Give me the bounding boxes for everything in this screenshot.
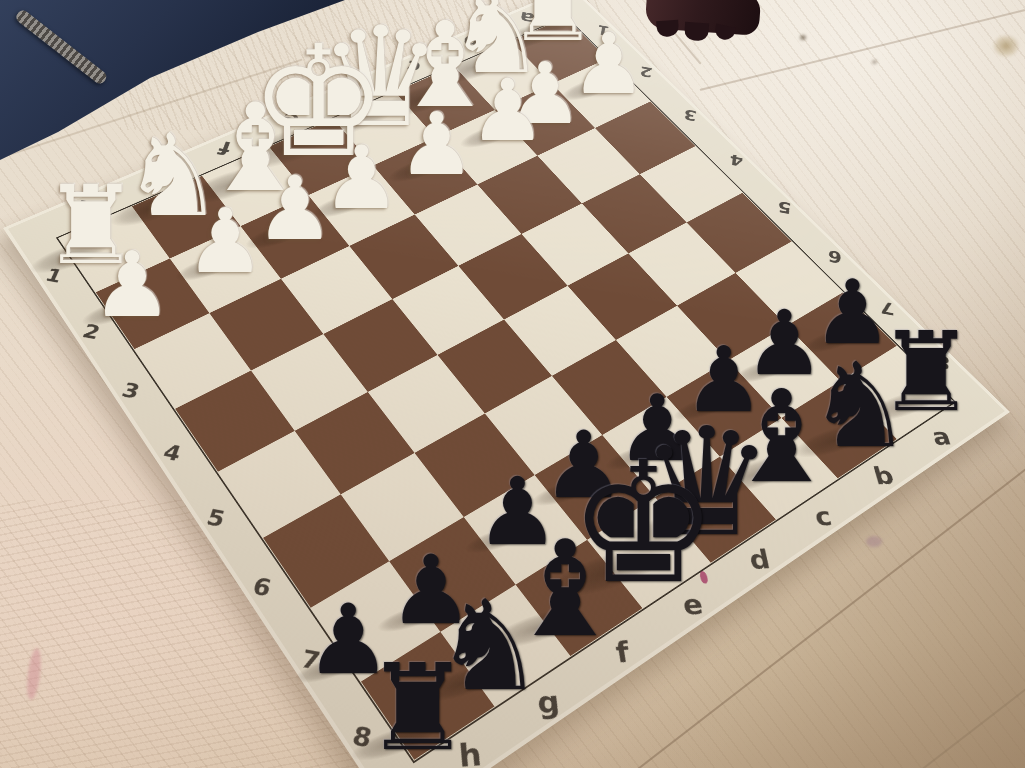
- file-label-nw-c: c: [404, 57, 423, 77]
- rank-label-ne-7: 7: [880, 297, 894, 319]
- rank-label-sw-6: 6: [249, 572, 274, 601]
- rank-label-sw-3: 3: [119, 378, 143, 403]
- file-label-se-h: h: [458, 736, 484, 768]
- rank-label-ne-5: 5: [777, 197, 792, 217]
- file-label-nw-h: h: [72, 195, 99, 220]
- rank-label-sw-5: 5: [203, 504, 228, 532]
- wood-speck: [872, 60, 877, 64]
- file-label-se-a: a: [929, 423, 954, 450]
- rank-label-ne-3: 3: [683, 106, 698, 124]
- plank-seam: [841, 647, 1025, 768]
- rank-label-sw-2: 2: [79, 320, 103, 344]
- rank-label-ne-6: 6: [827, 246, 842, 267]
- gloves: [645, 0, 762, 36]
- rank-label-ne-4: 4: [729, 151, 744, 170]
- file-label-nw-e: e: [279, 109, 302, 131]
- file-label-se-b: b: [871, 462, 897, 490]
- file-label-nw-b: b: [461, 32, 481, 52]
- file-label-se-g: g: [536, 684, 562, 719]
- file-label-nw-g: g: [144, 165, 170, 189]
- red-stain-mark: [699, 571, 708, 584]
- pink-smudge: [25, 647, 43, 700]
- file-label-se-c: c: [812, 502, 835, 531]
- rank-label-ne-2: 2: [638, 63, 653, 80]
- file-label-se-d: d: [747, 544, 773, 575]
- rank-label-sw-7: 7: [298, 644, 323, 675]
- rank-label-sw-8: 8: [349, 720, 374, 753]
- rank-label-ne-8: 8: [935, 351, 950, 374]
- zipper: [14, 8, 109, 86]
- rank-label-sw-4: 4: [160, 439, 184, 465]
- rank-label-sw-1: 1: [42, 264, 66, 287]
- rank-label-ne-1: 1: [596, 22, 611, 39]
- file-label-se-f: f: [614, 636, 632, 669]
- file-label-se-e: e: [680, 589, 705, 621]
- purple-smudge: [866, 536, 882, 547]
- file-label-nw-f: f: [216, 137, 234, 159]
- file-label-nw-a: a: [518, 8, 536, 27]
- file-label-nw-d: d: [342, 82, 364, 104]
- wood-knot: [992, 34, 1020, 58]
- photo-scene: 1122334455667788aabbccddeeffgghh ♜♞♝♛♚♝♞…: [0, 0, 1025, 768]
- wood-speck: [800, 35, 806, 40]
